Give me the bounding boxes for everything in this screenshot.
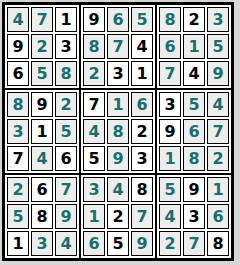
- cell-r4c4: 7: [83, 92, 105, 117]
- box-1-0: 892315746: [5, 90, 79, 173]
- cell-r1c6[interactable]: 5: [131, 7, 153, 32]
- cell-r6c5[interactable]: 9: [107, 146, 129, 171]
- cell-r9c9: 8: [207, 231, 229, 256]
- cell-r3c2[interactable]: 5: [31, 61, 53, 86]
- cell-r5c7: 9: [159, 119, 181, 144]
- cell-r1c4: 9: [83, 7, 105, 32]
- cell-r7c2: 6: [31, 177, 53, 202]
- cell-r4c7: 3: [159, 92, 181, 117]
- cell-r2c5[interactable]: 7: [107, 34, 129, 59]
- cell-r4c6[interactable]: 6: [131, 92, 153, 117]
- cell-r1c2[interactable]: 7: [31, 7, 53, 32]
- cell-r4c3[interactable]: 2: [55, 92, 77, 117]
- cell-r3c1: 6: [7, 61, 29, 86]
- box-2-1: 348127659: [81, 175, 155, 258]
- cell-r3c7[interactable]: 7: [159, 61, 181, 86]
- cell-r4c9[interactable]: 4: [207, 92, 229, 117]
- cell-r3c5: 3: [107, 61, 129, 86]
- cell-r6c4: 5: [83, 146, 105, 171]
- cell-r5c2: 1: [31, 119, 53, 144]
- cell-r9c6[interactable]: 9: [131, 231, 153, 256]
- cell-r9c7[interactable]: 2: [159, 231, 181, 256]
- box-2-0: 267589134: [5, 175, 79, 258]
- cell-r1c3: 1: [55, 7, 77, 32]
- cell-r2c2[interactable]: 2: [31, 34, 53, 59]
- cell-r5c8[interactable]: 6: [183, 119, 205, 144]
- cell-r7c9[interactable]: 1: [207, 177, 229, 202]
- cell-r7c5[interactable]: 4: [107, 177, 129, 202]
- cell-r8c6[interactable]: 7: [131, 204, 153, 229]
- cell-r5c1[interactable]: 3: [7, 119, 29, 144]
- cell-r6c6: 3: [131, 146, 153, 171]
- cell-r7c7[interactable]: 5: [159, 177, 181, 202]
- box-0-0: 471923658: [5, 5, 79, 88]
- cell-r2c7[interactable]: 6: [159, 34, 181, 59]
- cell-r1c9[interactable]: 3: [207, 7, 229, 32]
- box-1-2: 354967182: [157, 90, 231, 173]
- cell-r3c9[interactable]: 9: [207, 61, 229, 86]
- box-0-1: 965874231: [81, 5, 155, 88]
- cell-r4c1[interactable]: 8: [7, 92, 29, 117]
- cell-r8c8: 3: [183, 204, 205, 229]
- cell-r2c3: 3: [55, 34, 77, 59]
- cell-r9c8[interactable]: 7: [183, 231, 205, 256]
- sudoku-board: 4719236589658742318236157498923157467164…: [2, 2, 234, 261]
- cell-r2c8[interactable]: 1: [183, 34, 205, 59]
- cell-r5c4[interactable]: 4: [83, 119, 105, 144]
- cell-r1c5[interactable]: 6: [107, 7, 129, 32]
- cell-r3c8: 4: [183, 61, 205, 86]
- cell-r3c6: 1: [131, 61, 153, 86]
- cell-r5c3[interactable]: 5: [55, 119, 77, 144]
- cell-r1c7[interactable]: 8: [159, 7, 181, 32]
- cell-r4c5[interactable]: 1: [107, 92, 129, 117]
- cell-r8c4[interactable]: 1: [83, 204, 105, 229]
- cell-r6c7[interactable]: 1: [159, 146, 181, 171]
- box-2-2: 591436278: [157, 175, 231, 258]
- cell-r5c6: 2: [131, 119, 153, 144]
- cell-r8c7[interactable]: 4: [159, 204, 181, 229]
- box-0-2: 823615749: [157, 5, 231, 88]
- cell-r9c5: 5: [107, 231, 129, 256]
- cell-r4c8[interactable]: 5: [183, 92, 205, 117]
- cell-r8c2: 8: [31, 204, 53, 229]
- cell-r7c1[interactable]: 2: [7, 177, 29, 202]
- cell-r2c1: 9: [7, 34, 29, 59]
- box-1-1: 716482593: [81, 90, 155, 173]
- cell-r8c9[interactable]: 6: [207, 204, 229, 229]
- cell-r6c1: 7: [7, 146, 29, 171]
- cell-r1c8: 2: [183, 7, 205, 32]
- cell-r3c4[interactable]: 2: [83, 61, 105, 86]
- cell-r9c1: 1: [7, 231, 29, 256]
- cell-r6c9[interactable]: 2: [207, 146, 229, 171]
- cell-r8c1[interactable]: 5: [7, 204, 29, 229]
- cell-r7c6: 8: [131, 177, 153, 202]
- cell-r5c9[interactable]: 7: [207, 119, 229, 144]
- cell-r6c8[interactable]: 8: [183, 146, 205, 171]
- cell-r7c8: 9: [183, 177, 205, 202]
- cell-r6c3: 6: [55, 146, 77, 171]
- cell-r8c5: 2: [107, 204, 129, 229]
- cell-r9c2[interactable]: 3: [31, 231, 53, 256]
- cell-r4c2: 9: [31, 92, 53, 117]
- cell-r9c4[interactable]: 6: [83, 231, 105, 256]
- cell-r2c9[interactable]: 5: [207, 34, 229, 59]
- cell-r7c4[interactable]: 3: [83, 177, 105, 202]
- cell-r2c6: 4: [131, 34, 153, 59]
- cell-r9c3[interactable]: 4: [55, 231, 77, 256]
- cell-r8c3[interactable]: 9: [55, 204, 77, 229]
- cell-r6c2[interactable]: 4: [31, 146, 53, 171]
- cell-r5c5[interactable]: 8: [107, 119, 129, 144]
- cell-r3c3[interactable]: 8: [55, 61, 77, 86]
- cell-r7c3[interactable]: 7: [55, 177, 77, 202]
- cell-r1c1[interactable]: 4: [7, 7, 29, 32]
- cell-r2c4[interactable]: 8: [83, 34, 105, 59]
